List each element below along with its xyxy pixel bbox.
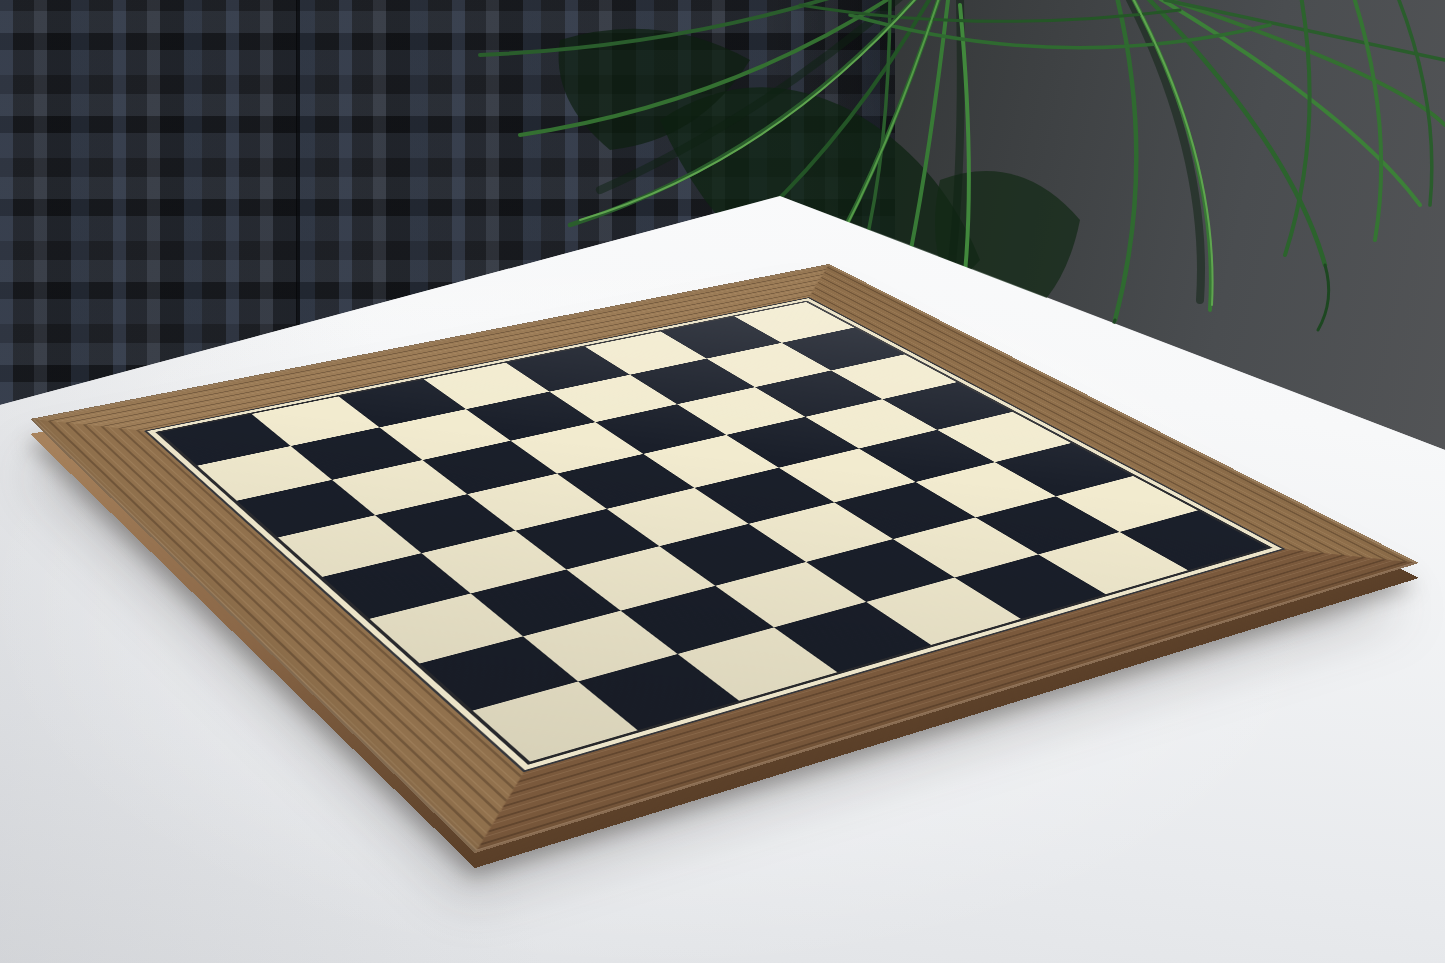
scene [0, 0, 1445, 963]
